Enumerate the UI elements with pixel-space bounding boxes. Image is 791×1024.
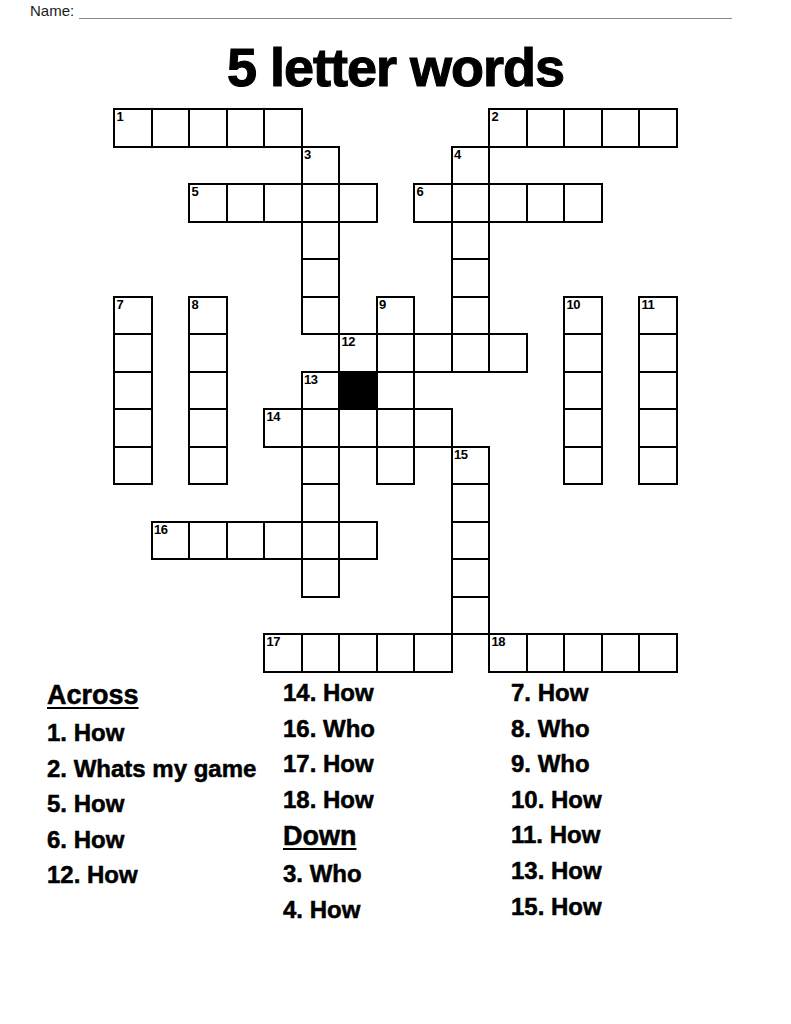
grid-cell[interactable]	[563, 633, 603, 673]
clue-across-2: 2. Whats my game	[47, 755, 259, 783]
grid-cell[interactable]: 3	[301, 146, 341, 186]
grid-cell[interactable]	[638, 108, 678, 148]
name-fill-line[interactable]	[79, 4, 732, 19]
grid-cell[interactable]	[638, 633, 678, 673]
grid-cell[interactable]	[113, 371, 153, 411]
grid-cell[interactable]	[563, 183, 603, 223]
cell-number: 8	[192, 298, 199, 312]
cell-number: 16	[154, 523, 167, 537]
grid-cell[interactable]	[451, 596, 491, 636]
cell-number: 7	[117, 298, 124, 312]
cell-number: 9	[379, 298, 386, 312]
grid-cell[interactable]	[263, 521, 303, 561]
grid-cell[interactable]	[301, 446, 341, 486]
grid-cell[interactable]: 6	[413, 183, 453, 223]
grid-cell[interactable]	[226, 108, 266, 148]
grid-cell[interactable]	[413, 333, 453, 373]
crossword-grid: 123456789101112131415161718	[113, 108, 679, 674]
grid-cell[interactable]	[188, 408, 228, 448]
grid-cell[interactable]	[638, 333, 678, 373]
grid-cell[interactable]	[601, 108, 641, 148]
grid-cell[interactable]	[451, 258, 491, 298]
grid-cell[interactable]	[376, 408, 416, 448]
grid-cell[interactable]: 7	[113, 296, 153, 336]
grid-cell[interactable]	[301, 296, 341, 336]
grid-cell[interactable]	[338, 521, 378, 561]
grid-cell[interactable]	[563, 333, 603, 373]
grid-cell[interactable]	[226, 521, 266, 561]
grid-cell[interactable]	[338, 633, 378, 673]
clue-down-8: 8. Who	[511, 715, 716, 743]
grid-cell[interactable]: 17	[263, 633, 303, 673]
grid-cell[interactable]: 11	[638, 296, 678, 336]
clue-down-3: 3. Who	[283, 860, 488, 888]
grid-cell[interactable]	[376, 446, 416, 486]
clue-down-4: 4. How	[283, 896, 488, 924]
grid-cell[interactable]	[638, 446, 678, 486]
grid-cell[interactable]: 5	[188, 183, 228, 223]
cell-number: 10	[567, 298, 580, 312]
down-heading: Down	[283, 821, 488, 852]
grid-cell[interactable]	[301, 183, 341, 223]
cell-number: 17	[267, 635, 280, 649]
grid-cell[interactable]	[301, 408, 341, 448]
grid-cell[interactable]	[488, 333, 528, 373]
grid-cell[interactable]: 14	[263, 408, 303, 448]
grid-cell[interactable]	[451, 521, 491, 561]
grid-cell[interactable]: 12	[338, 333, 378, 373]
grid-cell[interactable]	[263, 183, 303, 223]
cell-number: 11	[642, 298, 655, 312]
clue-across-14: 14. How	[283, 679, 488, 707]
clue-across-17: 17. How	[283, 750, 488, 778]
name-row: Name:	[30, 2, 732, 19]
clue-across-6: 6. How	[47, 826, 259, 854]
grid-cell[interactable]: 16	[151, 521, 191, 561]
grid-cell[interactable]	[638, 371, 678, 411]
cell-number: 3	[304, 148, 311, 162]
grid-cell[interactable]	[563, 108, 603, 148]
name-label: Name:	[30, 2, 74, 19]
clue-down-13: 13. How	[511, 857, 716, 885]
grid-cell[interactable]	[601, 633, 641, 673]
grid-cell[interactable]	[638, 408, 678, 448]
clue-across-16: 16. Who	[283, 715, 488, 743]
clue-down-10: 10. How	[511, 786, 716, 814]
grid-cell[interactable]	[301, 633, 341, 673]
cell-number: 18	[492, 635, 505, 649]
cell-number: 15	[454, 448, 467, 462]
clue-down-11: 11. How	[511, 821, 716, 849]
grid-cell[interactable]: 13	[301, 371, 341, 411]
grid-cell[interactable]	[263, 108, 303, 148]
grid-cell[interactable]	[563, 371, 603, 411]
grid-cell[interactable]	[488, 183, 528, 223]
grid-cell[interactable]	[151, 108, 191, 148]
cell-number: 12	[342, 335, 355, 349]
grid-cell[interactable]	[188, 333, 228, 373]
grid-cell[interactable]: 9	[376, 296, 416, 336]
grid-cell[interactable]	[301, 221, 341, 261]
cell-number: 1	[117, 110, 124, 124]
grid-cell[interactable]	[376, 333, 416, 373]
cell-number: 6	[417, 185, 424, 199]
clue-across-18: 18. How	[283, 786, 488, 814]
grid-cell[interactable]	[113, 333, 153, 373]
grid-cell[interactable]: 8	[188, 296, 228, 336]
grid-cell[interactable]	[413, 408, 453, 448]
grid-cell[interactable]	[526, 633, 566, 673]
grid-cell[interactable]: 4	[451, 146, 491, 186]
grid-cell[interactable]	[451, 333, 491, 373]
clue-column-2: 14. How16. Who17. How18. HowDown3. Who4.…	[283, 679, 488, 932]
grid-cell[interactable]	[113, 446, 153, 486]
grid-cell[interactable]	[338, 408, 378, 448]
cell-number: 5	[192, 185, 199, 199]
grid-cell[interactable]	[451, 483, 491, 523]
cell-number: 4	[454, 148, 461, 162]
clue-column-3: 7. How8. Who9. Who10. How11. How13. How1…	[511, 679, 716, 928]
grid-cell[interactable]: 1	[113, 108, 153, 148]
grid-cell[interactable]	[451, 558, 491, 598]
clue-down-9: 9. Who	[511, 750, 716, 778]
cell-number: 13	[304, 373, 317, 387]
grid-cell[interactable]	[113, 408, 153, 448]
crossword-worksheet: Name: 5 letter words 1234567891011121314…	[0, 0, 791, 1024]
grid-cell[interactable]	[563, 408, 603, 448]
grid-cell[interactable]	[301, 483, 341, 523]
cell-number: 2	[492, 110, 499, 124]
clue-across-1: 1. How	[47, 719, 259, 747]
grid-cell[interactable]: 15	[451, 446, 491, 486]
grid-cell[interactable]	[226, 183, 266, 223]
grid-cell[interactable]: 10	[563, 296, 603, 336]
grid-cell[interactable]	[413, 633, 453, 673]
clue-down-7: 7. How	[511, 679, 716, 707]
grid-cell[interactable]	[451, 183, 491, 223]
grid-cell[interactable]	[526, 183, 566, 223]
grid-cell[interactable]	[188, 371, 228, 411]
grid-cell[interactable]	[376, 371, 416, 411]
grid-cell[interactable]	[451, 296, 491, 336]
grid-cell[interactable]	[188, 108, 228, 148]
grid-cell[interactable]: 2	[488, 108, 528, 148]
black-cell	[338, 371, 378, 411]
clue-column-1: Across1. How2. Whats my game5. How6. How…	[47, 680, 259, 897]
clue-down-15: 15. How	[511, 893, 716, 921]
grid-cell[interactable]	[301, 258, 341, 298]
across-heading: Across	[47, 680, 259, 711]
grid-cell[interactable]	[526, 108, 566, 148]
grid-cell[interactable]: 18	[488, 633, 528, 673]
grid-cell[interactable]	[563, 446, 603, 486]
cell-number: 14	[267, 410, 280, 424]
clue-across-5: 5. How	[47, 790, 259, 818]
grid-cell[interactable]	[301, 521, 341, 561]
grid-cell[interactable]	[338, 183, 378, 223]
grid-cell[interactable]	[451, 221, 491, 261]
grid-cell[interactable]	[188, 446, 228, 486]
puzzle-title: 5 letter words	[0, 36, 791, 98]
grid-cell[interactable]	[376, 633, 416, 673]
grid-cell[interactable]	[301, 558, 341, 598]
grid-cell[interactable]	[188, 521, 228, 561]
clue-across-12: 12. How	[47, 861, 259, 889]
